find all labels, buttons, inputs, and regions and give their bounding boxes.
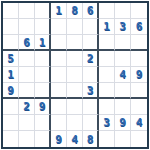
- cell-r5c6[interactable]: [83, 67, 99, 83]
- cell-r8c5[interactable]: [67, 115, 83, 131]
- cell-r2c6[interactable]: [83, 19, 99, 35]
- cell-r3c6[interactable]: [83, 35, 99, 51]
- cell-r9c7[interactable]: [99, 131, 115, 147]
- cell-r4c5[interactable]: [67, 51, 83, 67]
- cell-r6c8[interactable]: [115, 83, 131, 99]
- cell-r7c2[interactable]: 2: [19, 99, 35, 115]
- cell-r2c8[interactable]: 3: [115, 19, 131, 35]
- cell-r7c4[interactable]: [51, 99, 67, 115]
- cell-r6c9[interactable]: [131, 83, 147, 99]
- cell-r4c2[interactable]: [19, 51, 35, 67]
- cell-r1c9[interactable]: [131, 3, 147, 19]
- cell-r9c6[interactable]: 8: [83, 131, 99, 147]
- sudoku-board-wrap: 18613661521499329394948: [0, 0, 150, 150]
- sudoku-board: 18613661521499329394948: [1, 1, 149, 149]
- cell-r5c1[interactable]: 1: [3, 67, 19, 83]
- cell-r2c1[interactable]: [3, 19, 19, 35]
- cell-r2c9[interactable]: 6: [131, 19, 147, 35]
- cell-r4c8[interactable]: [115, 51, 131, 67]
- cell-r1c4[interactable]: 1: [51, 3, 67, 19]
- cell-r6c3[interactable]: [35, 83, 51, 99]
- cell-r2c5[interactable]: [67, 19, 83, 35]
- cell-r3c5[interactable]: [67, 35, 83, 51]
- cell-r9c4[interactable]: 9: [51, 131, 67, 147]
- cell-r3c9[interactable]: [131, 35, 147, 51]
- cell-r5c7[interactable]: [99, 67, 115, 83]
- cell-r9c2[interactable]: [19, 131, 35, 147]
- cell-r8c1[interactable]: [3, 115, 19, 131]
- cell-r8c3[interactable]: [35, 115, 51, 131]
- cell-r9c5[interactable]: 4: [67, 131, 83, 147]
- cell-r7c8[interactable]: [115, 99, 131, 115]
- cell-r4c4[interactable]: [51, 51, 67, 67]
- cell-r2c2[interactable]: [19, 19, 35, 35]
- cell-r1c7[interactable]: [99, 3, 115, 19]
- cell-r2c7[interactable]: 1: [99, 19, 115, 35]
- cell-r6c1[interactable]: 9: [3, 83, 19, 99]
- cell-r4c6[interactable]: 2: [83, 51, 99, 67]
- cell-r3c8[interactable]: [115, 35, 131, 51]
- cell-r3c2[interactable]: 6: [19, 35, 35, 51]
- cell-r5c5[interactable]: [67, 67, 83, 83]
- cell-r1c6[interactable]: 6: [83, 3, 99, 19]
- cell-r4c7[interactable]: [99, 51, 115, 67]
- cell-r7c7[interactable]: [99, 99, 115, 115]
- cell-r3c3[interactable]: 1: [35, 35, 51, 51]
- cell-r4c3[interactable]: [35, 51, 51, 67]
- cell-r4c1[interactable]: 5: [3, 51, 19, 67]
- cell-r4c9[interactable]: [131, 51, 147, 67]
- cell-r9c8[interactable]: [115, 131, 131, 147]
- cell-r1c3[interactable]: [35, 3, 51, 19]
- cell-r7c6[interactable]: [83, 99, 99, 115]
- cell-r9c3[interactable]: [35, 131, 51, 147]
- cell-r8c8[interactable]: 9: [115, 115, 131, 131]
- cell-r7c5[interactable]: [67, 99, 83, 115]
- cell-r3c4[interactable]: [51, 35, 67, 51]
- cell-r2c3[interactable]: [35, 19, 51, 35]
- cell-r1c2[interactable]: [19, 3, 35, 19]
- cell-r8c9[interactable]: 4: [131, 115, 147, 131]
- cell-r6c7[interactable]: [99, 83, 115, 99]
- cell-r3c1[interactable]: [3, 35, 19, 51]
- cell-r6c4[interactable]: [51, 83, 67, 99]
- cell-r5c4[interactable]: [51, 67, 67, 83]
- cell-r8c2[interactable]: [19, 115, 35, 131]
- cell-r3c7[interactable]: [99, 35, 115, 51]
- cell-r6c6[interactable]: 3: [83, 83, 99, 99]
- cell-r5c2[interactable]: [19, 67, 35, 83]
- cell-r5c8[interactable]: 4: [115, 67, 131, 83]
- cell-r8c4[interactable]: [51, 115, 67, 131]
- cell-r6c5[interactable]: [67, 83, 83, 99]
- cell-r7c1[interactable]: [3, 99, 19, 115]
- cell-r7c9[interactable]: [131, 99, 147, 115]
- cell-r1c1[interactable]: [3, 3, 19, 19]
- cell-r8c6[interactable]: [83, 115, 99, 131]
- cell-r5c9[interactable]: 9: [131, 67, 147, 83]
- cell-r6c2[interactable]: [19, 83, 35, 99]
- cell-r7c3[interactable]: 9: [35, 99, 51, 115]
- cell-r5c3[interactable]: [35, 67, 51, 83]
- cell-r1c5[interactable]: 8: [67, 3, 83, 19]
- cell-r1c8[interactable]: [115, 3, 131, 19]
- cell-r8c7[interactable]: 3: [99, 115, 115, 131]
- cell-r9c1[interactable]: [3, 131, 19, 147]
- cell-r9c9[interactable]: [131, 131, 147, 147]
- cell-r2c4[interactable]: [51, 19, 67, 35]
